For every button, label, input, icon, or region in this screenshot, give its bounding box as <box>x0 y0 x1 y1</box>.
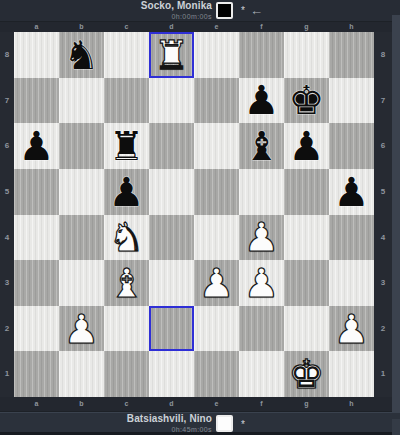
file-label-a: a <box>14 397 59 411</box>
bottom-player-bar: Batsiashvili, Nino 0h:45m:00s * <box>0 412 400 435</box>
square-c3[interactable]: ♝ <box>104 260 149 306</box>
file-label-b: b <box>59 22 104 32</box>
square-b3[interactable] <box>59 260 104 306</box>
square-a1[interactable] <box>14 351 59 397</box>
file-label-g: g <box>284 397 329 411</box>
rank-label-6: 6 <box>0 123 14 169</box>
top-player-name: Socko, Monika <box>141 1 212 11</box>
scrollbar-thumb[interactable] <box>392 15 400 412</box>
square-a5[interactable] <box>14 169 59 215</box>
file-label-e: e <box>194 397 239 411</box>
square-g3[interactable] <box>284 260 329 306</box>
square-f3[interactable]: ♟ <box>239 260 284 306</box>
chess-board: ♞♜♟♚♟♜♝♟♟♟♞♟♝♟♟♟♟♚ <box>14 32 374 397</box>
top-player-color-indicator <box>216 2 233 19</box>
file-label-f: f <box>239 22 284 32</box>
square-d8[interactable]: ♜ <box>149 32 194 78</box>
piece-black-pawn-h5[interactable]: ♟ <box>329 169 374 215</box>
rank-label-2: 2 <box>374 306 392 352</box>
square-b1[interactable] <box>59 351 104 397</box>
square-h7[interactable] <box>329 78 374 124</box>
file-label-g: g <box>284 22 329 32</box>
file-label-a: a <box>14 22 59 32</box>
piece-black-king-g7[interactable]: ♚ <box>284 78 329 124</box>
square-d4[interactable] <box>149 215 194 261</box>
file-label-c: c <box>104 22 149 32</box>
top-player-asterisk: * <box>241 5 245 16</box>
scrollbar-corner[interactable] <box>392 419 400 435</box>
square-h2[interactable]: ♟ <box>329 306 374 352</box>
square-g5[interactable] <box>284 169 329 215</box>
piece-white-pawn-f3[interactable]: ♟ <box>239 260 284 306</box>
square-f6[interactable]: ♝ <box>239 123 284 169</box>
square-c7[interactable] <box>104 78 149 124</box>
file-label-f: f <box>239 397 284 411</box>
square-g4[interactable] <box>284 215 329 261</box>
square-d2[interactable] <box>149 306 194 352</box>
rank-label-7: 7 <box>374 78 392 124</box>
rank-label-1: 1 <box>0 351 14 397</box>
rank-label-4: 4 <box>374 215 392 261</box>
square-g8[interactable] <box>284 32 329 78</box>
square-d5[interactable] <box>149 169 194 215</box>
square-h8[interactable] <box>329 32 374 78</box>
square-f1[interactable] <box>239 351 284 397</box>
square-f7[interactable]: ♟ <box>239 78 284 124</box>
square-f4[interactable]: ♟ <box>239 215 284 261</box>
square-h1[interactable] <box>329 351 374 397</box>
back-arrow-icon[interactable]: ← <box>250 3 263 18</box>
piece-white-bishop-c3[interactable]: ♝ <box>104 260 149 306</box>
rank-label-3: 3 <box>374 260 392 306</box>
square-g2[interactable] <box>284 306 329 352</box>
rank-label-4: 4 <box>0 215 14 261</box>
bottom-player-asterisk: * <box>241 419 245 430</box>
square-a8[interactable] <box>14 32 59 78</box>
square-e1[interactable] <box>194 351 239 397</box>
square-b5[interactable] <box>59 169 104 215</box>
square-e2[interactable] <box>194 306 239 352</box>
file-label-d: d <box>149 22 194 32</box>
square-e3[interactable]: ♟ <box>194 260 239 306</box>
file-labels-bottom: abcdefgh <box>0 397 400 412</box>
square-a3[interactable] <box>14 260 59 306</box>
file-labels-top: abcdefgh <box>0 22 400 32</box>
file-label-b: b <box>59 397 104 411</box>
square-c6[interactable]: ♜ <box>104 123 149 169</box>
piece-white-knight-c4[interactable]: ♞ <box>104 215 149 261</box>
piece-black-pawn-f7[interactable]: ♟ <box>239 78 284 124</box>
square-f8[interactable] <box>239 32 284 78</box>
piece-white-pawn-b2[interactable]: ♟ <box>59 306 104 352</box>
rank-label-8: 8 <box>0 32 14 78</box>
square-d1[interactable] <box>149 351 194 397</box>
piece-black-pawn-g6[interactable]: ♟ <box>284 123 329 169</box>
square-h4[interactable] <box>329 215 374 261</box>
square-e7[interactable] <box>194 78 239 124</box>
rank-label-8: 8 <box>374 32 392 78</box>
square-a2[interactable] <box>14 306 59 352</box>
piece-black-knight-b8[interactable]: ♞ <box>59 32 104 78</box>
bottom-player-color-indicator <box>216 415 233 432</box>
rank-label-6: 6 <box>374 123 392 169</box>
square-g6[interactable]: ♟ <box>284 123 329 169</box>
file-label-h: h <box>329 397 374 411</box>
rank-label-5: 5 <box>374 169 392 215</box>
square-e4[interactable] <box>194 215 239 261</box>
rank-labels-right: 87654321 <box>374 32 392 397</box>
piece-white-pawn-h2[interactable]: ♟ <box>329 306 374 352</box>
square-b4[interactable] <box>59 215 104 261</box>
piece-black-bishop-f6[interactable]: ♝ <box>239 123 284 169</box>
square-a6[interactable]: ♟ <box>14 123 59 169</box>
square-h6[interactable] <box>329 123 374 169</box>
top-player-clock: 0h:00m:00s <box>141 13 212 20</box>
square-c1[interactable] <box>104 351 149 397</box>
square-h3[interactable] <box>329 260 374 306</box>
bottom-player-name: Batsiashvili, Nino <box>127 414 212 424</box>
rank-label-1: 1 <box>374 351 392 397</box>
square-c5[interactable]: ♟ <box>104 169 149 215</box>
square-e6[interactable] <box>194 123 239 169</box>
file-label-d: d <box>149 397 194 411</box>
square-b7[interactable] <box>59 78 104 124</box>
rank-label-3: 3 <box>0 260 14 306</box>
piece-black-rook-c6[interactable]: ♜ <box>104 123 149 169</box>
top-player-bar: Socko, Monika 0h:00m:00s * ← <box>0 0 400 22</box>
square-h5[interactable]: ♟ <box>329 169 374 215</box>
piece-white-king-g1[interactable]: ♚ <box>284 351 329 397</box>
file-label-e: e <box>194 22 239 32</box>
file-label-h: h <box>329 22 374 32</box>
file-label-c: c <box>104 397 149 411</box>
square-b8[interactable]: ♞ <box>59 32 104 78</box>
rank-label-2: 2 <box>0 306 14 352</box>
piece-white-pawn-e3[interactable]: ♟ <box>194 260 239 306</box>
board-area: 87654321 ♞♜♟♚♟♜♝♟♟♟♞♟♝♟♟♟♟♚ 87654321 <box>0 32 400 397</box>
square-c8[interactable] <box>104 32 149 78</box>
square-b6[interactable] <box>59 123 104 169</box>
piece-black-pawn-a6[interactable]: ♟ <box>14 123 59 169</box>
strip-pad <box>0 22 14 32</box>
strip-pad <box>0 397 14 411</box>
chess-app: Socko, Monika 0h:00m:00s * ← abcdefgh 87… <box>0 0 400 435</box>
piece-white-rook-d8[interactable]: ♜ <box>149 32 194 78</box>
square-c2[interactable] <box>104 306 149 352</box>
top-player-info: Socko, Monika 0h:00m:00s <box>141 1 212 20</box>
piece-black-pawn-c5[interactable]: ♟ <box>104 169 149 215</box>
bottom-player-info: Batsiashvili, Nino 0h:45m:00s <box>127 414 212 433</box>
square-a4[interactable] <box>14 215 59 261</box>
bottom-player-clock: 0h:45m:00s <box>127 426 212 433</box>
square-g1[interactable]: ♚ <box>284 351 329 397</box>
square-e8[interactable] <box>194 32 239 78</box>
square-d6[interactable] <box>149 123 194 169</box>
rank-label-5: 5 <box>0 169 14 215</box>
square-a7[interactable] <box>14 78 59 124</box>
square-d7[interactable] <box>149 78 194 124</box>
square-d3[interactable] <box>149 260 194 306</box>
square-e5[interactable] <box>194 169 239 215</box>
rank-labels-left: 87654321 <box>0 32 14 397</box>
square-b2[interactable]: ♟ <box>59 306 104 352</box>
square-g7[interactable]: ♚ <box>284 78 329 124</box>
square-f5[interactable] <box>239 169 284 215</box>
square-f2[interactable] <box>239 306 284 352</box>
square-c4[interactable]: ♞ <box>104 215 149 261</box>
rank-label-7: 7 <box>0 78 14 124</box>
piece-white-pawn-f4[interactable]: ♟ <box>239 215 284 261</box>
